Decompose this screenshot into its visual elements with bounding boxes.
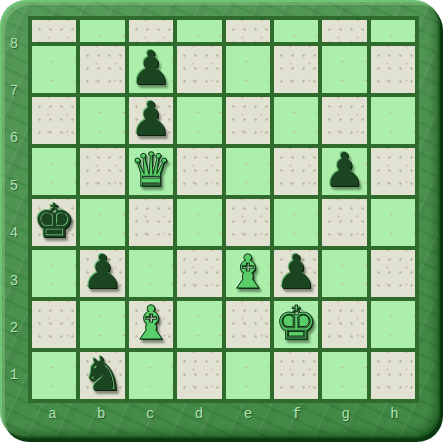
square-c5[interactable]: ♛ xyxy=(129,148,173,195)
square-h5[interactable] xyxy=(371,148,415,195)
square-a5[interactable] xyxy=(32,148,76,195)
square-d5[interactable] xyxy=(177,148,221,195)
rank-label-1: 1 xyxy=(0,352,28,399)
square-a1[interactable] xyxy=(32,352,76,399)
square-c3[interactable] xyxy=(129,250,173,297)
square-b8[interactable] xyxy=(80,20,124,42)
square-h8[interactable] xyxy=(371,20,415,42)
square-d8[interactable] xyxy=(177,20,221,42)
file-label-d: d xyxy=(175,402,224,426)
square-d4[interactable] xyxy=(177,199,221,246)
square-b1[interactable]: ♞ xyxy=(80,352,124,399)
square-h6[interactable] xyxy=(371,97,415,144)
square-e3[interactable]: ♝ xyxy=(226,250,270,297)
square-e2[interactable] xyxy=(226,301,270,348)
square-g8[interactable] xyxy=(322,20,366,42)
square-d7[interactable] xyxy=(177,46,221,93)
square-c6[interactable]: ♟ xyxy=(129,97,173,144)
square-h1[interactable] xyxy=(371,352,415,399)
rank-label-4: 4 xyxy=(0,210,28,257)
light-bishop-c2[interactable]: ♝ xyxy=(130,299,172,346)
square-a3[interactable] xyxy=(32,250,76,297)
square-a8[interactable] xyxy=(32,20,76,42)
square-g1[interactable] xyxy=(322,352,366,399)
square-e1[interactable] xyxy=(226,352,270,399)
file-labels: a b c d e f g h xyxy=(28,402,419,426)
square-a2[interactable] xyxy=(32,301,76,348)
file-label-e: e xyxy=(224,402,273,426)
rank-labels: 8 7 6 5 4 3 2 1 xyxy=(0,20,28,399)
dark-pawn-g5[interactable]: ♟ xyxy=(323,146,365,193)
square-e6[interactable] xyxy=(226,97,270,144)
light-king-f2[interactable]: ♚ xyxy=(275,299,317,346)
square-e8[interactable] xyxy=(226,20,270,42)
square-h3[interactable] xyxy=(371,250,415,297)
square-f1[interactable] xyxy=(274,352,318,399)
square-b4[interactable] xyxy=(80,199,124,246)
square-h7[interactable] xyxy=(371,46,415,93)
square-g5[interactable]: ♟ xyxy=(322,148,366,195)
rank-label-6: 6 xyxy=(0,115,28,162)
square-h4[interactable] xyxy=(371,199,415,246)
dark-pawn-c7[interactable]: ♟ xyxy=(130,44,172,91)
square-f4[interactable] xyxy=(274,199,318,246)
square-e5[interactable] xyxy=(226,148,270,195)
rank-label-7: 7 xyxy=(0,67,28,114)
square-d2[interactable] xyxy=(177,301,221,348)
square-f7[interactable] xyxy=(274,46,318,93)
square-e4[interactable] xyxy=(226,199,270,246)
square-f5[interactable] xyxy=(274,148,318,195)
square-g6[interactable] xyxy=(322,97,366,144)
file-label-h: h xyxy=(370,402,419,426)
board-grid: ♟♟♛♟♚♟♝♟♝♚♞ xyxy=(28,16,419,403)
square-h2[interactable] xyxy=(371,301,415,348)
square-g2[interactable] xyxy=(322,301,366,348)
board-frame: 8 7 6 5 4 3 2 1 ♟♟♛♟♚♟♝♟♝♚♞ a b c d e f … xyxy=(0,0,440,438)
square-c1[interactable] xyxy=(129,352,173,399)
square-c4[interactable] xyxy=(129,199,173,246)
square-d6[interactable] xyxy=(177,97,221,144)
square-f6[interactable] xyxy=(274,97,318,144)
square-f2[interactable]: ♚ xyxy=(274,301,318,348)
dark-knight-b1[interactable]: ♞ xyxy=(81,350,123,397)
square-c8[interactable] xyxy=(129,20,173,42)
file-label-c: c xyxy=(126,402,175,426)
square-g3[interactable] xyxy=(322,250,366,297)
square-a7[interactable] xyxy=(32,46,76,93)
square-c2[interactable]: ♝ xyxy=(129,301,173,348)
square-b7[interactable] xyxy=(80,46,124,93)
square-e7[interactable] xyxy=(226,46,270,93)
square-b2[interactable] xyxy=(80,301,124,348)
rank-label-3: 3 xyxy=(0,257,28,304)
dark-king-a4[interactable]: ♚ xyxy=(33,197,75,244)
dark-pawn-c6[interactable]: ♟ xyxy=(130,95,172,142)
square-g7[interactable] xyxy=(322,46,366,93)
square-d3[interactable] xyxy=(177,250,221,297)
square-f8[interactable] xyxy=(274,20,318,42)
dark-pawn-b3[interactable]: ♟ xyxy=(81,248,123,295)
rank-label-2: 2 xyxy=(0,304,28,351)
file-label-g: g xyxy=(321,402,370,426)
square-f3[interactable]: ♟ xyxy=(274,250,318,297)
square-b3[interactable]: ♟ xyxy=(80,250,124,297)
rank-label-5: 5 xyxy=(0,162,28,209)
square-d1[interactable] xyxy=(177,352,221,399)
dark-pawn-f3[interactable]: ♟ xyxy=(275,248,317,295)
square-b6[interactable] xyxy=(80,97,124,144)
square-a4[interactable]: ♚ xyxy=(32,199,76,246)
square-c7[interactable]: ♟ xyxy=(129,46,173,93)
square-b5[interactable] xyxy=(80,148,124,195)
light-bishop-e3[interactable]: ♝ xyxy=(227,248,269,295)
file-label-f: f xyxy=(272,402,321,426)
rank-label-8: 8 xyxy=(0,20,28,67)
light-queen-c5[interactable]: ♛ xyxy=(130,146,172,193)
file-label-b: b xyxy=(77,402,126,426)
square-g4[interactable] xyxy=(322,199,366,246)
square-a6[interactable] xyxy=(32,97,76,144)
file-label-a: a xyxy=(28,402,77,426)
